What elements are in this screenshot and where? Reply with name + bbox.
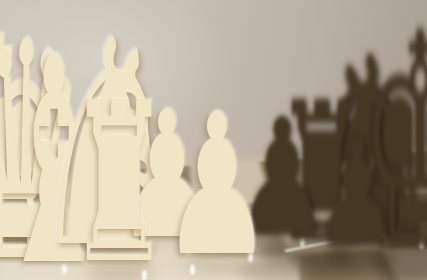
white-pawn-front: ♟ xyxy=(161,88,273,280)
black-pawn-far: ♟ xyxy=(314,120,400,265)
chess-photo-scene: ♚♛♝♞♟♜♟♟♜♟♞♚ xyxy=(0,0,427,280)
white-rook: ♜ xyxy=(68,74,171,280)
